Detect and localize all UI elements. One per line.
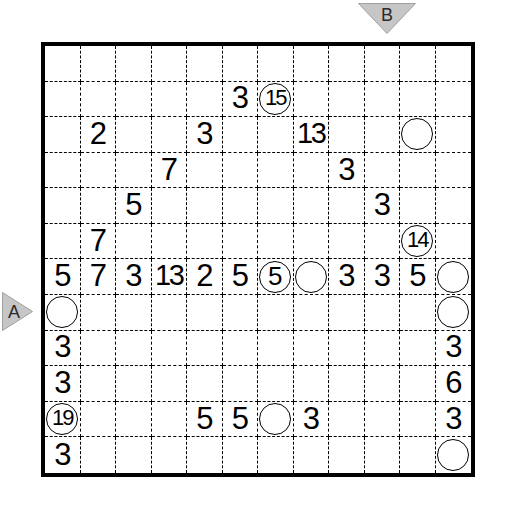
circled-clue-number: 15 xyxy=(265,87,285,109)
clue-number: 3 xyxy=(338,260,354,291)
cell-r11c11[interactable] xyxy=(400,402,436,438)
cell-r5c11[interactable] xyxy=(400,188,436,224)
empty-circle xyxy=(401,118,433,150)
empty-circle xyxy=(46,296,78,328)
cell-r4c4[interactable]: 7 xyxy=(152,153,188,189)
cell-r5c4[interactable] xyxy=(152,188,188,224)
cell-r11c5[interactable]: 5 xyxy=(187,402,223,438)
cell-r11c2[interactable] xyxy=(81,402,117,438)
cell-r4c2[interactable] xyxy=(81,153,117,189)
cell-r3c11[interactable] xyxy=(400,117,436,153)
cell-r10c4[interactable] xyxy=(152,366,188,402)
cell-r8c2[interactable] xyxy=(81,295,117,331)
clue-number: 5 xyxy=(54,260,70,291)
cell-r11c7[interactable] xyxy=(258,402,294,438)
cell-r1c10[interactable] xyxy=(365,46,401,82)
cell-r2c10[interactable] xyxy=(365,82,401,118)
cell-r7c2[interactable]: 7 xyxy=(81,259,117,295)
cell-r4c8[interactable] xyxy=(294,153,330,189)
puzzle-diagram: B A 315231373537145731325533533361955333 xyxy=(0,0,516,518)
clue-number: 5 xyxy=(409,260,425,291)
cell-r4c10[interactable] xyxy=(365,153,401,189)
clue-number: 3 xyxy=(445,403,461,434)
marker-b-label: B xyxy=(358,6,416,24)
cell-r1c3[interactable] xyxy=(116,46,152,82)
empty-circle xyxy=(437,261,469,293)
clue-number: 3 xyxy=(374,260,390,291)
cell-r12c7[interactable] xyxy=(258,437,294,473)
cell-r7c3[interactable]: 3 xyxy=(116,259,152,295)
cell-r12c3[interactable] xyxy=(116,437,152,473)
cell-r10c1[interactable]: 3 xyxy=(45,366,81,402)
cell-r7c9[interactable]: 3 xyxy=(329,259,365,295)
cell-r6c1[interactable] xyxy=(45,224,81,260)
cell-r2c7[interactable]: 15 xyxy=(258,82,294,118)
cell-r10c3[interactable] xyxy=(116,366,152,402)
cell-r8c9[interactable] xyxy=(329,295,365,331)
circled-clue: 15 xyxy=(259,83,291,115)
clue-number: 6 xyxy=(445,367,461,398)
cell-r11c4[interactable] xyxy=(152,402,188,438)
cell-r1c1[interactable] xyxy=(45,46,81,82)
clue-number: 2 xyxy=(196,260,212,291)
cell-r9c4[interactable] xyxy=(152,331,188,367)
cell-r6c2[interactable]: 7 xyxy=(81,224,117,260)
cell-r5c9[interactable] xyxy=(329,188,365,224)
cell-r4c9[interactable]: 3 xyxy=(329,153,365,189)
cell-r9c5[interactable] xyxy=(187,331,223,367)
cell-r3c5[interactable]: 3 xyxy=(187,117,223,153)
cell-r6c8[interactable] xyxy=(294,224,330,260)
cell-r11c8[interactable]: 3 xyxy=(294,402,330,438)
cell-r8c10[interactable] xyxy=(365,295,401,331)
circled-clue-number: 5 xyxy=(268,263,282,289)
cell-r4c6[interactable] xyxy=(223,153,259,189)
cell-r9c3[interactable] xyxy=(116,331,152,367)
cell-r8c12[interactable] xyxy=(436,295,472,331)
cell-r7c7[interactable]: 5 xyxy=(258,259,294,295)
cell-r2c4[interactable] xyxy=(152,82,188,118)
cell-r3c12[interactable] xyxy=(436,117,472,153)
clue-number: 5 xyxy=(196,403,212,434)
cell-r8c7[interactable] xyxy=(258,295,294,331)
cell-r12c8[interactable] xyxy=(294,437,330,473)
cell-r3c1[interactable] xyxy=(45,117,81,153)
cell-r8c11[interactable] xyxy=(400,295,436,331)
cell-r9c12[interactable]: 3 xyxy=(436,331,472,367)
cell-r1c11[interactable] xyxy=(400,46,436,82)
cell-r8c8[interactable] xyxy=(294,295,330,331)
cell-r1c8[interactable] xyxy=(294,46,330,82)
cell-r7c5[interactable]: 2 xyxy=(187,259,223,295)
cell-r3c8[interactable]: 13 xyxy=(294,117,330,153)
cell-r2c11[interactable] xyxy=(400,82,436,118)
circled-clue: 19 xyxy=(46,403,78,435)
cell-r11c3[interactable] xyxy=(116,402,152,438)
cell-r3c7[interactable] xyxy=(258,117,294,153)
clue-number: 5 xyxy=(232,260,248,291)
empty-circle xyxy=(295,261,327,293)
cell-r12c5[interactable] xyxy=(187,437,223,473)
marker-a-label: A xyxy=(8,303,20,321)
cell-r2c8[interactable] xyxy=(294,82,330,118)
clue-number: 5 xyxy=(125,189,141,220)
clue-number: 3 xyxy=(374,189,390,220)
cell-r12c2[interactable] xyxy=(81,437,117,473)
clue-number: 13 xyxy=(155,261,182,290)
cell-r4c3[interactable] xyxy=(116,153,152,189)
cell-r2c9[interactable] xyxy=(329,82,365,118)
cell-r4c7[interactable] xyxy=(258,153,294,189)
clue-number: 3 xyxy=(303,403,319,434)
cell-r8c6[interactable] xyxy=(223,295,259,331)
cell-r7c10[interactable]: 3 xyxy=(365,259,401,295)
cell-r11c9[interactable] xyxy=(329,402,365,438)
cell-r4c5[interactable] xyxy=(187,153,223,189)
cell-r9c7[interactable] xyxy=(258,331,294,367)
cell-r12c1[interactable]: 3 xyxy=(45,437,81,473)
cell-r5c12[interactable] xyxy=(436,188,472,224)
clue-number: 13 xyxy=(297,119,324,148)
cell-r2c1[interactable] xyxy=(45,82,81,118)
cell-r10c9[interactable] xyxy=(329,366,365,402)
cell-r7c12[interactable] xyxy=(436,259,472,295)
cell-r5c8[interactable] xyxy=(294,188,330,224)
cell-r11c1[interactable]: 19 xyxy=(45,402,81,438)
clue-number: 3 xyxy=(125,260,141,291)
cell-r10c2[interactable] xyxy=(81,366,117,402)
cell-r1c4[interactable] xyxy=(152,46,188,82)
circled-clue-number: 14 xyxy=(407,229,427,251)
clue-number: 3 xyxy=(196,118,212,149)
cell-r5c10[interactable]: 3 xyxy=(365,188,401,224)
cell-r10c5[interactable] xyxy=(187,366,223,402)
cell-r6c6[interactable] xyxy=(223,224,259,260)
cell-r8c3[interactable] xyxy=(116,295,152,331)
cell-r2c5[interactable] xyxy=(187,82,223,118)
cell-r7c1[interactable]: 5 xyxy=(45,259,81,295)
cell-r6c4[interactable] xyxy=(152,224,188,260)
cell-r2c12[interactable] xyxy=(436,82,472,118)
cell-r9c1[interactable]: 3 xyxy=(45,331,81,367)
cell-r10c12[interactable]: 6 xyxy=(436,366,472,402)
cell-r12c9[interactable] xyxy=(329,437,365,473)
cell-r5c1[interactable] xyxy=(45,188,81,224)
cell-r9c11[interactable] xyxy=(400,331,436,367)
cell-r6c9[interactable] xyxy=(329,224,365,260)
cell-r3c10[interactable] xyxy=(365,117,401,153)
cell-r6c12[interactable] xyxy=(436,224,472,260)
circled-clue: 14 xyxy=(401,225,433,257)
clue-number: 3 xyxy=(54,367,70,398)
cell-r3c4[interactable] xyxy=(152,117,188,153)
cell-r8c1[interactable] xyxy=(45,295,81,331)
cell-r7c8[interactable] xyxy=(294,259,330,295)
cell-r3c9[interactable] xyxy=(329,117,365,153)
clue-number: 7 xyxy=(90,260,106,291)
cell-r9c8[interactable] xyxy=(294,331,330,367)
cell-r6c10[interactable] xyxy=(365,224,401,260)
cell-r4c1[interactable] xyxy=(45,153,81,189)
cell-r11c6[interactable]: 5 xyxy=(223,402,259,438)
cell-r1c9[interactable] xyxy=(329,46,365,82)
cell-r6c11[interactable]: 14 xyxy=(400,224,436,260)
cell-r9c10[interactable] xyxy=(365,331,401,367)
cell-r3c6[interactable] xyxy=(223,117,259,153)
empty-circle xyxy=(259,403,291,435)
clue-number: 3 xyxy=(338,154,354,185)
cell-r5c6[interactable] xyxy=(223,188,259,224)
cell-r10c11[interactable] xyxy=(400,366,436,402)
cell-r7c11[interactable]: 5 xyxy=(400,259,436,295)
clue-number: 5 xyxy=(232,403,248,434)
marker-a: A xyxy=(2,292,33,331)
cell-r8c4[interactable] xyxy=(152,295,188,331)
cell-r12c12[interactable] xyxy=(436,437,472,473)
cell-r5c2[interactable] xyxy=(81,188,117,224)
cell-r9c6[interactable] xyxy=(223,331,259,367)
cell-r4c11[interactable] xyxy=(400,153,436,189)
cell-r12c10[interactable] xyxy=(365,437,401,473)
cell-r10c8[interactable] xyxy=(294,366,330,402)
cell-r12c4[interactable] xyxy=(152,437,188,473)
cell-r1c12[interactable] xyxy=(436,46,472,82)
cell-r10c10[interactable] xyxy=(365,366,401,402)
cell-r6c3[interactable] xyxy=(116,224,152,260)
empty-circle xyxy=(437,296,469,328)
cell-r5c7[interactable] xyxy=(258,188,294,224)
cell-r1c2[interactable] xyxy=(81,46,117,82)
cell-r12c11[interactable] xyxy=(400,437,436,473)
cell-r11c10[interactable] xyxy=(365,402,401,438)
cell-r8c5[interactable] xyxy=(187,295,223,331)
cell-r9c2[interactable] xyxy=(81,331,117,367)
cell-r1c5[interactable] xyxy=(187,46,223,82)
cell-r1c7[interactable] xyxy=(258,46,294,82)
cell-r2c3[interactable] xyxy=(116,82,152,118)
clue-number: 7 xyxy=(161,154,177,185)
cell-r10c7[interactable] xyxy=(258,366,294,402)
cell-r3c2[interactable]: 2 xyxy=(81,117,117,153)
cell-r9c9[interactable] xyxy=(329,331,365,367)
marker-b: B xyxy=(358,3,416,34)
puzzle-grid: 315231373537145731325533533361955333 xyxy=(41,42,475,477)
cell-r2c2[interactable] xyxy=(81,82,117,118)
clue-number: 2 xyxy=(90,118,106,149)
cell-r3c3[interactable] xyxy=(116,117,152,153)
clue-number: 3 xyxy=(445,331,461,362)
cell-r5c5[interactable] xyxy=(187,188,223,224)
circled-clue: 5 xyxy=(259,261,291,293)
cell-r2c6[interactable]: 3 xyxy=(223,82,259,118)
cell-r5c3[interactable]: 5 xyxy=(116,188,152,224)
empty-circle xyxy=(437,439,469,471)
clue-number: 3 xyxy=(232,82,248,113)
clue-number: 3 xyxy=(54,331,70,362)
cell-r6c7[interactable] xyxy=(258,224,294,260)
cell-r7c4[interactable]: 13 xyxy=(152,259,188,295)
cell-r10c6[interactable] xyxy=(223,366,259,402)
cell-r7c6[interactable]: 5 xyxy=(223,259,259,295)
cell-r1c6[interactable] xyxy=(223,46,259,82)
clue-number: 7 xyxy=(90,225,106,256)
clue-number: 3 xyxy=(54,439,70,470)
cell-r4c12[interactable] xyxy=(436,153,472,189)
cell-r6c5[interactable] xyxy=(187,224,223,260)
circled-clue-number: 19 xyxy=(52,407,72,429)
cell-r11c12[interactable]: 3 xyxy=(436,402,472,438)
cell-r12c6[interactable] xyxy=(223,437,259,473)
